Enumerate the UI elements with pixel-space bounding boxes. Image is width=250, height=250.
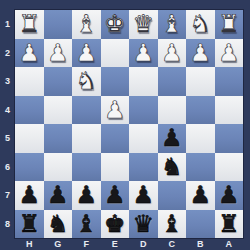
piece-black-pawn: ♟ bbox=[18, 181, 40, 209]
chess-board-frame: 1 2 3 4 5 6 7 8 ♜♝♚♛♝♞♜♟♟♟♟♟♟♟♞♟♟♞♟♟♟♟♟♟… bbox=[0, 0, 250, 250]
piece-white-rook: ♜ bbox=[18, 10, 40, 38]
piece-black-pawn: ♟ bbox=[132, 181, 154, 209]
square-e4[interactable]: ♟ bbox=[101, 96, 130, 125]
square-a6[interactable] bbox=[215, 153, 244, 182]
square-f8[interactable]: ♝ bbox=[72, 210, 101, 239]
square-g1[interactable] bbox=[44, 10, 73, 39]
rank-label-2: 2 bbox=[0, 39, 15, 68]
square-c7[interactable] bbox=[158, 181, 187, 210]
square-d1[interactable]: ♛ bbox=[129, 10, 158, 39]
square-a7[interactable]: ♟ bbox=[215, 181, 244, 210]
square-e1[interactable]: ♚ bbox=[101, 10, 130, 39]
square-f2[interactable]: ♟ bbox=[72, 39, 101, 68]
square-b1[interactable]: ♞ bbox=[186, 10, 215, 39]
square-d4[interactable] bbox=[129, 96, 158, 125]
square-h4[interactable] bbox=[15, 96, 44, 125]
file-label-b: B bbox=[186, 237, 215, 250]
file-label-c: C bbox=[158, 237, 187, 250]
piece-white-bishop: ♝ bbox=[75, 10, 97, 38]
square-c1[interactable]: ♝ bbox=[158, 10, 187, 39]
square-c4[interactable] bbox=[158, 96, 187, 125]
rank-labels: 1 2 3 4 5 6 7 8 bbox=[0, 10, 15, 238]
rank-label-3: 3 bbox=[0, 67, 15, 96]
rank-label-8: 8 bbox=[0, 210, 15, 239]
piece-black-pawn: ♟ bbox=[104, 181, 126, 209]
square-d8[interactable]: ♛ bbox=[129, 210, 158, 239]
square-f4[interactable] bbox=[72, 96, 101, 125]
piece-black-rook: ♜ bbox=[18, 210, 40, 238]
square-g3[interactable] bbox=[44, 67, 73, 96]
piece-white-king: ♚ bbox=[104, 10, 126, 38]
piece-white-knight: ♞ bbox=[189, 10, 211, 38]
piece-black-rook: ♜ bbox=[218, 210, 240, 238]
piece-white-pawn: ♟ bbox=[132, 39, 154, 67]
square-h5[interactable] bbox=[15, 124, 44, 153]
square-d3[interactable] bbox=[129, 67, 158, 96]
square-e2[interactable] bbox=[101, 39, 130, 68]
square-a4[interactable] bbox=[215, 96, 244, 125]
square-a3[interactable] bbox=[215, 67, 244, 96]
file-label-e: E bbox=[101, 237, 130, 250]
chess-board: ♜♝♚♛♝♞♜♟♟♟♟♟♟♟♞♟♟♞♟♟♟♟♟♟♟♜♞♝♚♛♝♜ bbox=[15, 10, 243, 238]
square-b7[interactable]: ♟ bbox=[186, 181, 215, 210]
piece-black-bishop: ♝ bbox=[161, 210, 183, 238]
square-a1[interactable]: ♜ bbox=[215, 10, 244, 39]
piece-black-knight: ♞ bbox=[47, 210, 69, 238]
piece-white-knight: ♞ bbox=[75, 67, 97, 95]
square-d7[interactable]: ♟ bbox=[129, 181, 158, 210]
piece-black-pawn: ♟ bbox=[218, 181, 240, 209]
piece-white-pawn: ♟ bbox=[104, 96, 126, 124]
square-a5[interactable] bbox=[215, 124, 244, 153]
piece-black-pawn: ♟ bbox=[75, 181, 97, 209]
square-f6[interactable] bbox=[72, 153, 101, 182]
square-f7[interactable]: ♟ bbox=[72, 181, 101, 210]
piece-black-pawn: ♟ bbox=[47, 181, 69, 209]
rank-label-4: 4 bbox=[0, 96, 15, 125]
piece-black-king: ♚ bbox=[104, 210, 126, 238]
rank-label-1: 1 bbox=[0, 10, 15, 39]
square-d5[interactable] bbox=[129, 124, 158, 153]
piece-white-pawn: ♟ bbox=[161, 39, 183, 67]
square-b6[interactable] bbox=[186, 153, 215, 182]
square-g4[interactable] bbox=[44, 96, 73, 125]
file-label-g: G bbox=[44, 237, 73, 250]
square-h1[interactable]: ♜ bbox=[15, 10, 44, 39]
square-c3[interactable] bbox=[158, 67, 187, 96]
piece-black-knight: ♞ bbox=[161, 153, 183, 181]
square-e8[interactable]: ♚ bbox=[101, 210, 130, 239]
square-c2[interactable]: ♟ bbox=[158, 39, 187, 68]
square-h8[interactable]: ♜ bbox=[15, 210, 44, 239]
square-f3[interactable]: ♞ bbox=[72, 67, 101, 96]
square-b5[interactable] bbox=[186, 124, 215, 153]
square-e6[interactable] bbox=[101, 153, 130, 182]
square-g6[interactable] bbox=[44, 153, 73, 182]
square-h3[interactable] bbox=[15, 67, 44, 96]
square-b2[interactable]: ♟ bbox=[186, 39, 215, 68]
piece-white-pawn: ♟ bbox=[18, 39, 40, 67]
piece-white-pawn: ♟ bbox=[189, 39, 211, 67]
square-c8[interactable]: ♝ bbox=[158, 210, 187, 239]
piece-white-rook: ♜ bbox=[218, 10, 240, 38]
file-labels: H G F E D C B A bbox=[15, 237, 243, 250]
square-e3[interactable] bbox=[101, 67, 130, 96]
piece-black-queen: ♛ bbox=[132, 210, 154, 238]
square-c6[interactable]: ♞ bbox=[158, 153, 187, 182]
piece-white-pawn: ♟ bbox=[75, 39, 97, 67]
square-h6[interactable] bbox=[15, 153, 44, 182]
square-h7[interactable]: ♟ bbox=[15, 181, 44, 210]
square-c5[interactable]: ♟ bbox=[158, 124, 187, 153]
file-label-h: H bbox=[15, 237, 44, 250]
rank-label-7: 7 bbox=[0, 181, 15, 210]
piece-white-queen: ♛ bbox=[132, 10, 154, 38]
square-f5[interactable] bbox=[72, 124, 101, 153]
square-a8[interactable]: ♜ bbox=[215, 210, 244, 239]
square-g8[interactable]: ♞ bbox=[44, 210, 73, 239]
piece-white-bishop: ♝ bbox=[161, 10, 183, 38]
square-g7[interactable]: ♟ bbox=[44, 181, 73, 210]
square-e7[interactable]: ♟ bbox=[101, 181, 130, 210]
square-g2[interactable]: ♟ bbox=[44, 39, 73, 68]
rank-label-5: 5 bbox=[0, 124, 15, 153]
square-g5[interactable] bbox=[44, 124, 73, 153]
rank-label-6: 6 bbox=[0, 153, 15, 182]
square-h2[interactable]: ♟ bbox=[15, 39, 44, 68]
square-d6[interactable] bbox=[129, 153, 158, 182]
square-f1[interactable]: ♝ bbox=[72, 10, 101, 39]
piece-white-pawn: ♟ bbox=[47, 39, 69, 67]
square-a2[interactable]: ♟ bbox=[215, 39, 244, 68]
file-label-f: F bbox=[72, 237, 101, 250]
square-e5[interactable] bbox=[101, 124, 130, 153]
piece-black-pawn: ♟ bbox=[161, 124, 183, 152]
piece-black-pawn: ♟ bbox=[189, 181, 211, 209]
piece-black-bishop: ♝ bbox=[75, 210, 97, 238]
square-d2[interactable]: ♟ bbox=[129, 39, 158, 68]
file-label-d: D bbox=[129, 237, 158, 250]
square-b8[interactable] bbox=[186, 210, 215, 239]
square-b3[interactable] bbox=[186, 67, 215, 96]
piece-white-pawn: ♟ bbox=[218, 39, 240, 67]
square-b4[interactable] bbox=[186, 96, 215, 125]
file-label-a: A bbox=[215, 237, 244, 250]
